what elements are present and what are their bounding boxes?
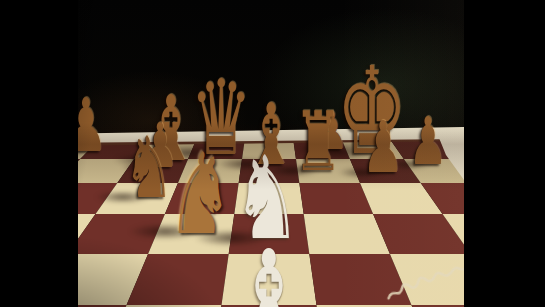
- black-pawn-h7: ♟: [409, 109, 448, 175]
- letterbox-bar-left: [0, 0, 78, 307]
- black-knight-d5: ♞: [167, 138, 233, 250]
- white-bishop-e3: ♝: [230, 233, 308, 307]
- black-pawn-g7: ♟: [362, 112, 404, 183]
- letterbox-bar-right: [464, 0, 545, 307]
- video-frame: ♟♝♟♛♝♟♜♚♟♟♞♞♞♝: [0, 0, 545, 307]
